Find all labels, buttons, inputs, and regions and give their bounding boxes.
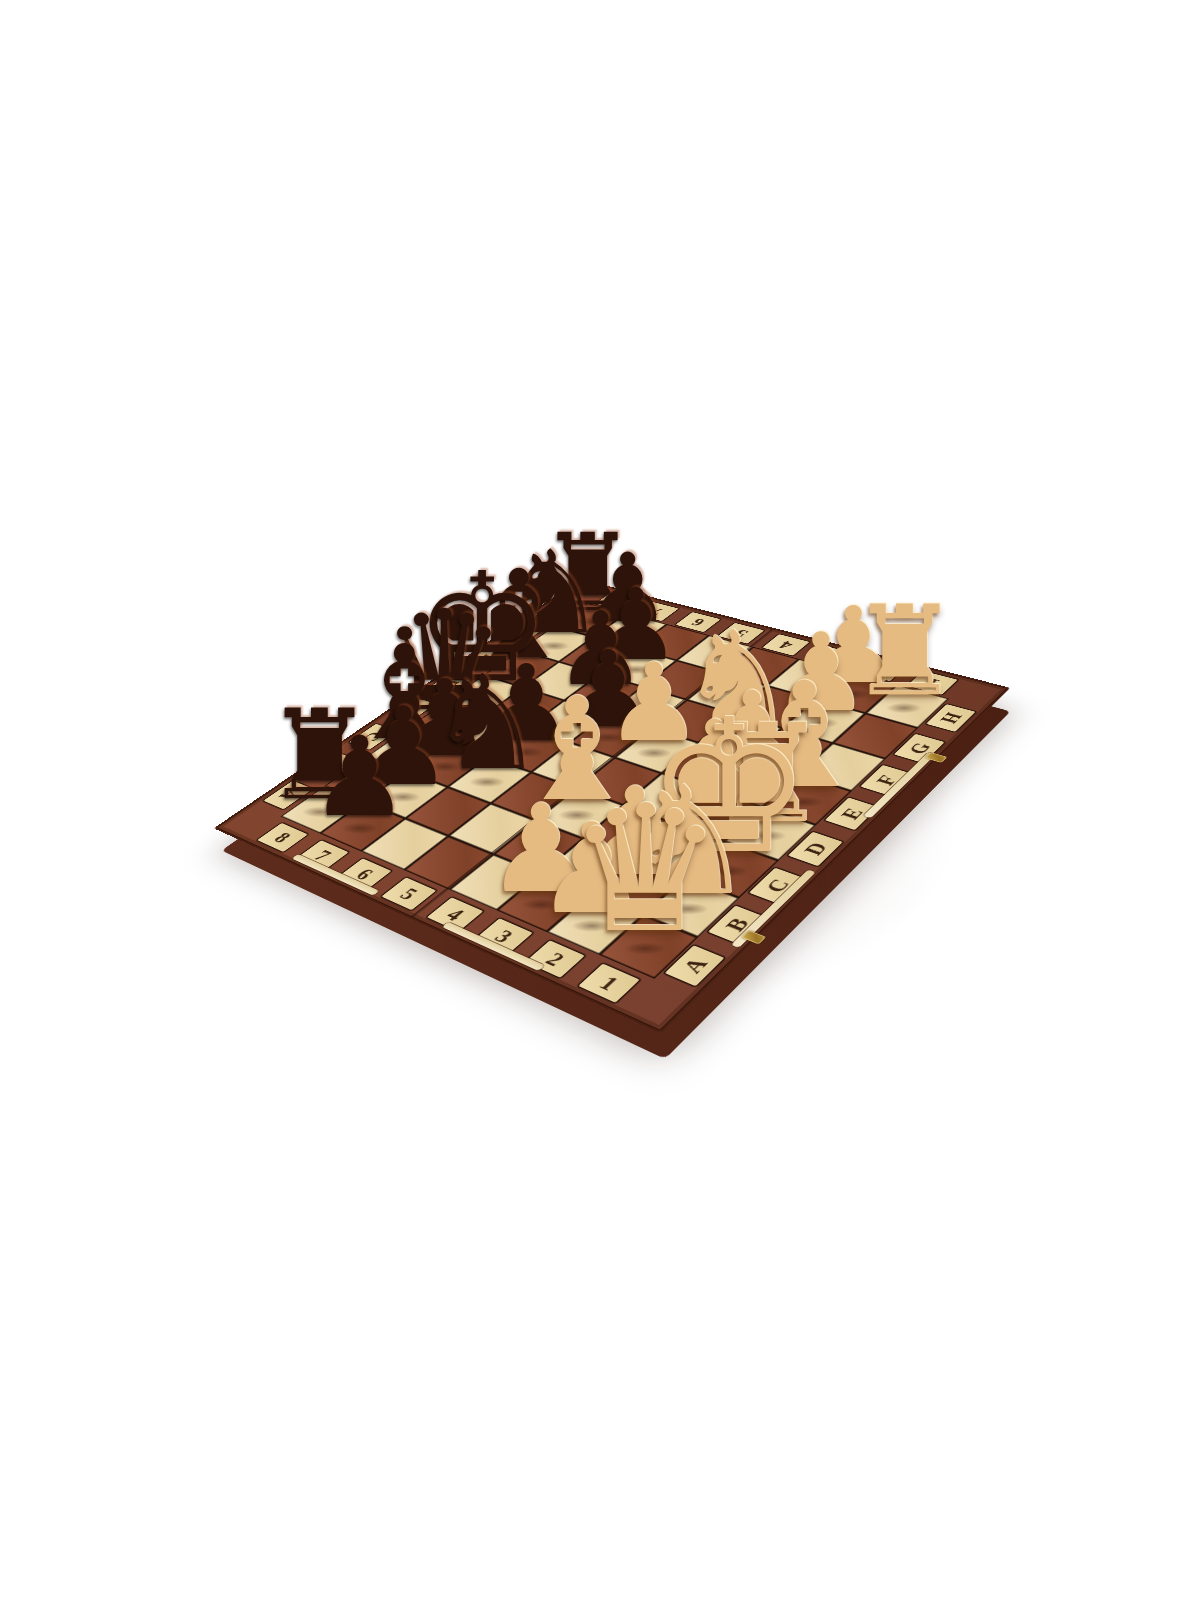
coordinate-label: 5 xyxy=(396,885,422,903)
plaque: 4 xyxy=(762,634,809,655)
plaque: 2 xyxy=(525,940,585,977)
coordinate-label: C xyxy=(360,730,386,743)
coordinate-label: 4 xyxy=(442,905,469,924)
coordinate-label: 8 xyxy=(270,829,295,845)
coordinate-label: 5 xyxy=(731,627,752,639)
coordinate-label: 6 xyxy=(688,616,708,627)
coordinate-label: 2 xyxy=(541,949,569,969)
coordinate-label: 8 xyxy=(607,596,627,607)
plaque: 7 xyxy=(635,602,679,621)
coordinate-label: E xyxy=(836,806,866,822)
coordinate-label: H xyxy=(936,711,966,726)
coordinate-label: G xyxy=(510,628,535,639)
coordinate-label: D xyxy=(400,703,425,715)
plaque: 6 xyxy=(675,612,720,632)
plaque: 1 xyxy=(907,671,958,695)
coordinate-label: 2 xyxy=(871,663,892,676)
coordinate-label: 7 xyxy=(647,606,667,617)
coordinate-label: 1 xyxy=(595,972,623,993)
plaque: 3 xyxy=(809,646,857,668)
coordinate-label: D xyxy=(799,840,831,857)
coordinate-label: H xyxy=(544,605,568,616)
plaque: 2 xyxy=(857,658,906,681)
coordinate-label: B xyxy=(319,759,344,772)
coordinate-label: 4 xyxy=(776,639,797,651)
plaque: 1 xyxy=(578,964,639,1003)
coordinate-label: A xyxy=(275,788,302,803)
coordinate-label: E xyxy=(438,678,462,689)
coordinate-label: 3 xyxy=(822,651,843,663)
coordinate-label: F xyxy=(476,653,499,663)
coordinate-label: A xyxy=(678,955,712,976)
plaque: H xyxy=(926,704,975,732)
coordinate-label: 1 xyxy=(922,676,943,689)
